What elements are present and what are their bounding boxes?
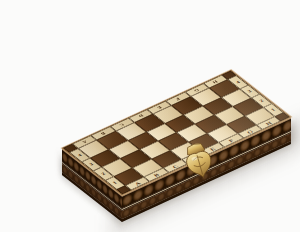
rank-label-left-text: 3 — [88, 162, 94, 166]
file-label-text: C — [171, 164, 179, 169]
file-label-text: F — [227, 138, 234, 143]
file-label-text: H — [264, 121, 272, 126]
file-label-text: G — [245, 129, 253, 134]
file-label-text: B — [152, 172, 160, 177]
rank-label-left-text: 1 — [112, 181, 118, 185]
rank-label-right-text: 1 — [270, 108, 276, 112]
product-photo-chess-box: ABCDEFGH44332211ABCDEFGH — [0, 0, 300, 232]
rank-label-right-text: 2 — [258, 99, 264, 103]
rank-label-right-text: 3 — [247, 89, 253, 93]
rank-label-right-text: 4 — [235, 80, 241, 84]
file-label-text: A — [133, 181, 141, 186]
rank-label-left-text: 2 — [100, 172, 106, 176]
rank-label-left-text: 4 — [77, 153, 83, 157]
